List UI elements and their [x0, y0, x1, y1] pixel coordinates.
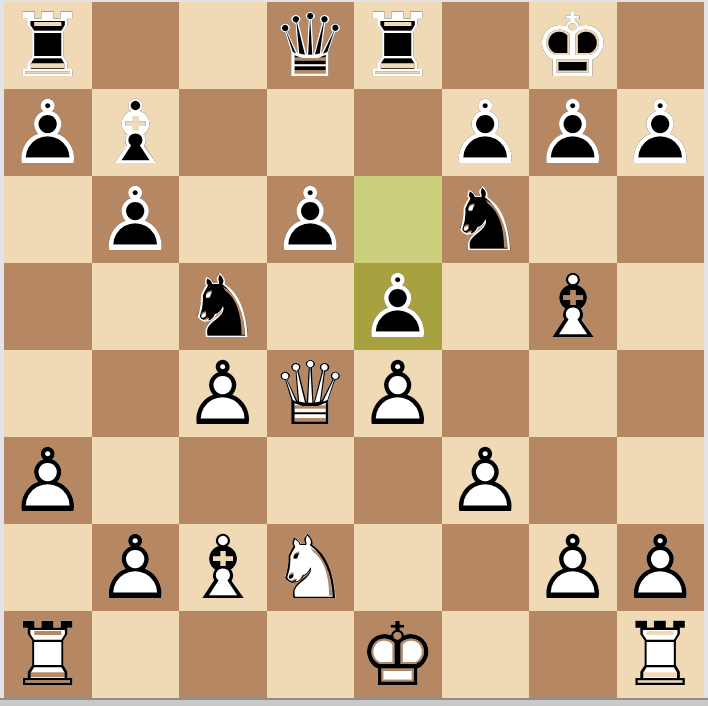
square-e2[interactable]	[354, 524, 442, 611]
black-king-outline-glyph: ♔	[529, 2, 617, 89]
square-c6[interactable]	[179, 176, 267, 263]
black-queen-outline-glyph: ♕	[267, 2, 355, 89]
black-knight-outline-glyph: ♘	[442, 176, 530, 263]
black-pawn[interactable]: ♟♙	[4, 89, 92, 176]
white-bishop[interactable]: ♝♗	[529, 263, 617, 350]
black-pawn-outline-glyph: ♙	[354, 263, 442, 350]
square-h3[interactable]	[617, 437, 705, 524]
chess-board: ♜♖♛♕♜♖♚♔♟♙♝♗♟♙♟♙♟♙♟♙♟♙♞♘♞♘♟♙♝♗♟♙♛♕♟♙♟♙♟♙…	[4, 2, 704, 698]
square-g7[interactable]: ♟♙	[529, 89, 617, 176]
square-h4[interactable]	[617, 350, 705, 437]
square-h6[interactable]	[617, 176, 705, 263]
square-g5[interactable]: ♝♗	[529, 263, 617, 350]
white-rook-outline-glyph: ♖	[617, 611, 705, 698]
square-d7[interactable]	[267, 89, 355, 176]
square-a8[interactable]: ♜♖	[4, 2, 92, 89]
square-h5[interactable]	[617, 263, 705, 350]
black-bishop-outline-glyph: ♗	[92, 89, 180, 176]
square-a4[interactable]	[4, 350, 92, 437]
black-pawn[interactable]: ♟♙	[617, 89, 705, 176]
square-b3[interactable]	[92, 437, 180, 524]
white-pawn-outline-glyph: ♙	[179, 350, 267, 437]
white-king[interactable]: ♚♔	[354, 611, 442, 698]
square-b8[interactable]	[92, 2, 180, 89]
black-knight[interactable]: ♞♘	[442, 176, 530, 263]
square-g8[interactable]: ♚♔	[529, 2, 617, 89]
square-b5[interactable]	[92, 263, 180, 350]
square-d8[interactable]: ♛♕	[267, 2, 355, 89]
square-b7[interactable]: ♝♗	[92, 89, 180, 176]
black-knight-outline-glyph: ♘	[179, 263, 267, 350]
square-d4[interactable]: ♛♕	[267, 350, 355, 437]
square-c1[interactable]	[179, 611, 267, 698]
square-e4[interactable]: ♟♙	[354, 350, 442, 437]
square-c2[interactable]: ♝♗	[179, 524, 267, 611]
white-pawn[interactable]: ♟♙	[179, 350, 267, 437]
white-pawn[interactable]: ♟♙	[617, 524, 705, 611]
black-pawn-outline-glyph: ♙	[92, 176, 180, 263]
white-pawn-outline-glyph: ♙	[442, 437, 530, 524]
black-rook[interactable]: ♜♖	[354, 2, 442, 89]
white-rook[interactable]: ♜♖	[4, 611, 92, 698]
white-pawn[interactable]: ♟♙	[354, 350, 442, 437]
square-b6[interactable]: ♟♙	[92, 176, 180, 263]
black-bishop[interactable]: ♝♗	[92, 89, 180, 176]
page-frame: ♜♖♛♕♜♖♚♔♟♙♝♗♟♙♟♙♟♙♟♙♟♙♞♘♞♘♟♙♝♗♟♙♛♕♟♙♟♙♟♙…	[0, 0, 708, 706]
white-pawn[interactable]: ♟♙	[4, 437, 92, 524]
black-pawn-outline-glyph: ♙	[617, 89, 705, 176]
square-b2[interactable]: ♟♙	[92, 524, 180, 611]
square-h8[interactable]	[617, 2, 705, 89]
white-queen-outline-glyph: ♕	[267, 350, 355, 437]
square-g2[interactable]: ♟♙	[529, 524, 617, 611]
square-g6[interactable]	[529, 176, 617, 263]
square-e3[interactable]	[354, 437, 442, 524]
square-e7[interactable]	[354, 89, 442, 176]
square-e1[interactable]: ♚♔	[354, 611, 442, 698]
white-pawn[interactable]: ♟♙	[92, 524, 180, 611]
black-pawn-outline-glyph: ♙	[529, 89, 617, 176]
white-knight-outline-glyph: ♘	[267, 524, 355, 611]
square-h2[interactable]: ♟♙	[617, 524, 705, 611]
square-d1[interactable]	[267, 611, 355, 698]
white-pawn-outline-glyph: ♙	[529, 524, 617, 611]
white-bishop[interactable]: ♝♗	[179, 524, 267, 611]
black-rook-outline-glyph: ♖	[354, 2, 442, 89]
square-f5[interactable]	[442, 263, 530, 350]
square-f7[interactable]: ♟♙	[442, 89, 530, 176]
white-rook[interactable]: ♜♖	[617, 611, 705, 698]
black-king[interactable]: ♚♔	[529, 2, 617, 89]
white-pawn-outline-glyph: ♙	[617, 524, 705, 611]
square-a1[interactable]: ♜♖	[4, 611, 92, 698]
black-pawn[interactable]: ♟♙	[354, 263, 442, 350]
page-bottom-strip	[0, 700, 708, 706]
square-f3[interactable]: ♟♙	[442, 437, 530, 524]
square-a6[interactable]	[4, 176, 92, 263]
square-f6[interactable]: ♞♘	[442, 176, 530, 263]
square-e6[interactable]	[354, 176, 442, 263]
black-knight[interactable]: ♞♘	[179, 263, 267, 350]
black-pawn[interactable]: ♟♙	[442, 89, 530, 176]
white-pawn-outline-glyph: ♙	[4, 437, 92, 524]
square-e5[interactable]: ♟♙	[354, 263, 442, 350]
square-f2[interactable]	[442, 524, 530, 611]
black-queen[interactable]: ♛♕	[267, 2, 355, 89]
black-pawn[interactable]: ♟♙	[92, 176, 180, 263]
square-h1[interactable]: ♜♖	[617, 611, 705, 698]
black-pawn-outline-glyph: ♙	[4, 89, 92, 176]
white-knight[interactable]: ♞♘	[267, 524, 355, 611]
black-pawn-outline-glyph: ♙	[442, 89, 530, 176]
square-d2[interactable]: ♞♘	[267, 524, 355, 611]
square-d6[interactable]: ♟♙	[267, 176, 355, 263]
white-pawn-outline-glyph: ♙	[92, 524, 180, 611]
square-a7[interactable]: ♟♙	[4, 89, 92, 176]
square-h7[interactable]: ♟♙	[617, 89, 705, 176]
white-rook-outline-glyph: ♖	[4, 611, 92, 698]
white-bishop-outline-glyph: ♗	[179, 524, 267, 611]
black-rook[interactable]: ♜♖	[4, 2, 92, 89]
square-c4[interactable]: ♟♙	[179, 350, 267, 437]
square-b4[interactable]	[92, 350, 180, 437]
square-g1[interactable]	[529, 611, 617, 698]
square-b1[interactable]	[92, 611, 180, 698]
square-f8[interactable]	[442, 2, 530, 89]
white-pawn[interactable]: ♟♙	[529, 524, 617, 611]
square-c8[interactable]	[179, 2, 267, 89]
square-d5[interactable]	[267, 263, 355, 350]
square-d3[interactable]	[267, 437, 355, 524]
square-c5[interactable]: ♞♘	[179, 263, 267, 350]
black-pawn[interactable]: ♟♙	[267, 176, 355, 263]
white-pawn-outline-glyph: ♙	[354, 350, 442, 437]
square-g3[interactable]	[529, 437, 617, 524]
square-e8[interactable]: ♜♖	[354, 2, 442, 89]
black-rook-outline-glyph: ♖	[4, 2, 92, 89]
square-c3[interactable]	[179, 437, 267, 524]
square-f4[interactable]	[442, 350, 530, 437]
black-pawn[interactable]: ♟♙	[529, 89, 617, 176]
square-a2[interactable]	[4, 524, 92, 611]
white-pawn[interactable]: ♟♙	[442, 437, 530, 524]
white-bishop-outline-glyph: ♗	[529, 263, 617, 350]
square-a3[interactable]: ♟♙	[4, 437, 92, 524]
black-pawn-outline-glyph: ♙	[267, 176, 355, 263]
square-c7[interactable]	[179, 89, 267, 176]
square-g4[interactable]	[529, 350, 617, 437]
square-a5[interactable]	[4, 263, 92, 350]
square-f1[interactable]	[442, 611, 530, 698]
white-queen[interactable]: ♛♕	[267, 350, 355, 437]
white-king-outline-glyph: ♔	[354, 611, 442, 698]
